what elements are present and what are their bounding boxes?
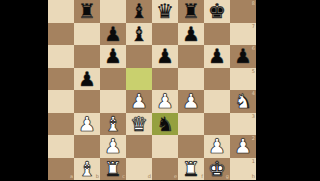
coord-file-a: a xyxy=(70,174,73,179)
square-a5[interactable] xyxy=(48,68,74,91)
square-d1[interactable]: d xyxy=(126,158,152,181)
piece-white-pawn[interactable]: ♟ xyxy=(152,90,178,113)
square-c8[interactable] xyxy=(100,0,126,23)
piece-white-pawn[interactable]: ♟ xyxy=(74,113,100,136)
square-a7[interactable] xyxy=(48,23,74,46)
square-e8[interactable]: ♛ xyxy=(152,0,178,23)
piece-white-rook[interactable]: ♜ xyxy=(100,158,126,181)
square-b8[interactable]: ♜ xyxy=(74,0,100,23)
coord-file-d: d xyxy=(148,174,151,179)
piece-black-rook[interactable]: ♜ xyxy=(74,0,100,23)
piece-black-knight[interactable]: ♞ xyxy=(152,113,178,136)
square-d7[interactable]: ♝ xyxy=(126,23,152,46)
square-g4[interactable] xyxy=(204,90,230,113)
piece-white-king[interactable]: ♚ xyxy=(204,158,230,181)
coord-rank-3: 3 xyxy=(252,114,255,119)
square-a2[interactable] xyxy=(48,135,74,158)
piece-black-pawn[interactable]: ♟ xyxy=(100,23,126,46)
piece-black-pawn[interactable]: ♟ xyxy=(230,45,256,68)
piece-black-rook[interactable]: ♜ xyxy=(178,0,204,23)
square-d6[interactable] xyxy=(126,45,152,68)
square-b2[interactable] xyxy=(74,135,100,158)
coord-rank-8: 8 xyxy=(252,1,255,6)
square-b7[interactable] xyxy=(74,23,100,46)
piece-black-bishop[interactable]: ♝ xyxy=(126,23,152,46)
square-f3[interactable] xyxy=(178,113,204,136)
chess-app-stage: ♜♝♛♜♚8♟♝♟7♟♟♟♟6♟5♟♟♟♞4♟♝♛♞3♟♟♟2a♝b♜cde♜f… xyxy=(0,0,320,180)
piece-black-pawn[interactable]: ♟ xyxy=(204,45,230,68)
square-f6[interactable] xyxy=(178,45,204,68)
square-c6[interactable]: ♟ xyxy=(100,45,126,68)
square-a6[interactable] xyxy=(48,45,74,68)
coord-rank-5: 5 xyxy=(252,69,255,74)
coord-file-h: h xyxy=(252,174,255,179)
square-h2[interactable]: ♟2 xyxy=(230,135,256,158)
piece-white-queen[interactable]: ♛ xyxy=(126,113,152,136)
square-b5[interactable]: ♟ xyxy=(74,68,100,91)
square-b1[interactable]: ♝b xyxy=(74,158,100,181)
piece-black-pawn[interactable]: ♟ xyxy=(152,45,178,68)
square-g3[interactable] xyxy=(204,113,230,136)
square-h4[interactable]: ♞4 xyxy=(230,90,256,113)
square-c7[interactable]: ♟ xyxy=(100,23,126,46)
piece-white-pawn[interactable]: ♟ xyxy=(204,135,230,158)
square-h5[interactable]: 5 xyxy=(230,68,256,91)
square-a3[interactable] xyxy=(48,113,74,136)
square-f2[interactable] xyxy=(178,135,204,158)
square-e7[interactable] xyxy=(152,23,178,46)
square-e4[interactable]: ♟ xyxy=(152,90,178,113)
piece-white-rook[interactable]: ♜ xyxy=(178,158,204,181)
square-d8[interactable]: ♝ xyxy=(126,0,152,23)
square-g7[interactable] xyxy=(204,23,230,46)
square-f8[interactable]: ♜ xyxy=(178,0,204,23)
piece-white-bishop[interactable]: ♝ xyxy=(100,113,126,136)
piece-black-bishop[interactable]: ♝ xyxy=(126,0,152,23)
square-b3[interactable]: ♟ xyxy=(74,113,100,136)
piece-white-bishop[interactable]: ♝ xyxy=(74,158,100,181)
coord-file-e: e xyxy=(174,174,177,179)
square-c2[interactable]: ♟ xyxy=(100,135,126,158)
piece-black-king[interactable]: ♚ xyxy=(204,0,230,23)
square-c5[interactable] xyxy=(100,68,126,91)
square-h8[interactable]: 8 xyxy=(230,0,256,23)
coord-rank-7: 7 xyxy=(252,24,255,29)
square-e5[interactable] xyxy=(152,68,178,91)
chess-board: ♜♝♛♜♚8♟♝♟7♟♟♟♟6♟5♟♟♟♞4♟♝♛♞3♟♟♟2a♝b♜cde♜f… xyxy=(48,0,256,180)
square-f4[interactable]: ♟ xyxy=(178,90,204,113)
piece-white-knight[interactable]: ♞ xyxy=(230,90,256,113)
piece-white-pawn[interactable]: ♟ xyxy=(100,135,126,158)
square-f7[interactable]: ♟ xyxy=(178,23,204,46)
square-d5[interactable] xyxy=(126,68,152,91)
square-d2[interactable] xyxy=(126,135,152,158)
square-c1[interactable]: ♜c xyxy=(100,158,126,181)
square-c3[interactable]: ♝ xyxy=(100,113,126,136)
piece-white-pawn[interactable]: ♟ xyxy=(178,90,204,113)
square-e3[interactable]: ♞ xyxy=(152,113,178,136)
square-h1[interactable]: 1h xyxy=(230,158,256,181)
square-a4[interactable] xyxy=(48,90,74,113)
square-g1[interactable]: ♚g xyxy=(204,158,230,181)
square-a1[interactable]: a xyxy=(48,158,74,181)
square-b6[interactable] xyxy=(74,45,100,68)
coord-rank-1: 1 xyxy=(252,159,255,164)
piece-white-pawn[interactable]: ♟ xyxy=(126,90,152,113)
square-h3[interactable]: 3 xyxy=(230,113,256,136)
square-e2[interactable] xyxy=(152,135,178,158)
square-d4[interactable]: ♟ xyxy=(126,90,152,113)
square-e1[interactable]: e xyxy=(152,158,178,181)
piece-black-pawn[interactable]: ♟ xyxy=(100,45,126,68)
square-f5[interactable] xyxy=(178,68,204,91)
piece-white-pawn[interactable]: ♟ xyxy=(230,135,256,158)
square-h6[interactable]: ♟6 xyxy=(230,45,256,68)
square-g6[interactable]: ♟ xyxy=(204,45,230,68)
square-g2[interactable]: ♟ xyxy=(204,135,230,158)
square-c4[interactable] xyxy=(100,90,126,113)
square-g5[interactable] xyxy=(204,68,230,91)
piece-black-pawn[interactable]: ♟ xyxy=(178,23,204,46)
square-b4[interactable] xyxy=(74,90,100,113)
piece-black-queen[interactable]: ♛ xyxy=(152,0,178,23)
square-d3[interactable]: ♛ xyxy=(126,113,152,136)
square-a8[interactable] xyxy=(48,0,74,23)
square-f1[interactable]: ♜f xyxy=(178,158,204,181)
square-h7[interactable]: 7 xyxy=(230,23,256,46)
piece-black-pawn[interactable]: ♟ xyxy=(74,68,100,91)
square-g8[interactable]: ♚ xyxy=(204,0,230,23)
square-e6[interactable]: ♟ xyxy=(152,45,178,68)
